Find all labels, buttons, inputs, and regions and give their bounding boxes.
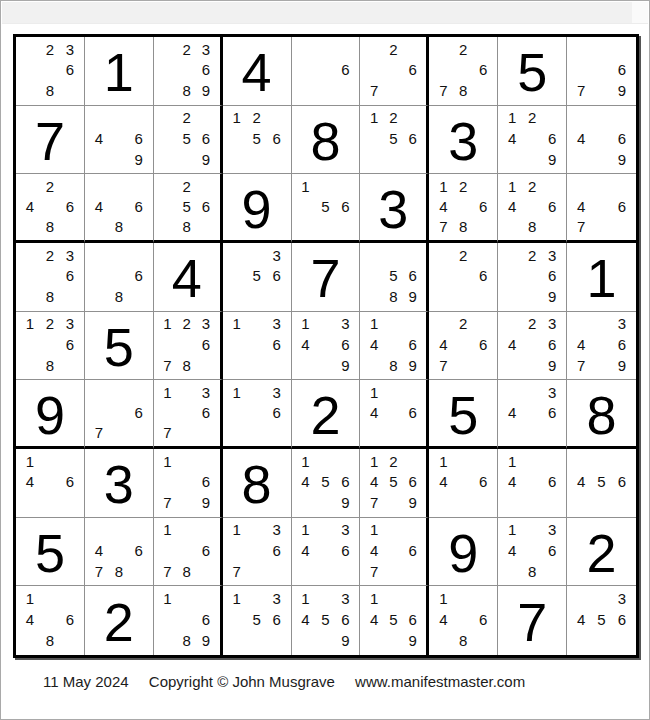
- pencil-slot-5: [177, 60, 196, 81]
- pencil-slot-2: 2: [177, 314, 196, 335]
- pencil-slot-2: [177, 451, 196, 472]
- cell-r1c2: 1: [85, 37, 154, 106]
- pencil-slot-2: [109, 382, 129, 402]
- pencil-marks: 1689: [154, 586, 220, 655]
- pencil-slot-1: 1: [20, 451, 40, 472]
- pencil-slot-2: 2: [177, 176, 196, 196]
- pencil-slot-6: 6: [542, 196, 562, 216]
- pencil-slot-8: [316, 216, 336, 236]
- pencil-slot-5: [453, 472, 473, 493]
- cell-r8c2: 4678: [85, 518, 154, 587]
- cell-r4c1: 2368: [16, 243, 85, 312]
- pencil-marks: 2569: [154, 106, 220, 174]
- pencil-slot-3: [129, 108, 149, 129]
- pencil-slot-8: [177, 149, 196, 170]
- pencil-slot-9: 9: [403, 286, 422, 307]
- pencil-slot-5: [453, 60, 473, 81]
- pencil-slot-4: [20, 266, 40, 287]
- solved-digit: 7: [310, 248, 340, 305]
- pencil-slot-4: 4: [433, 609, 453, 630]
- pencil-marks: 146: [360, 380, 426, 446]
- pencil-slot-2: 2: [453, 39, 473, 60]
- pencil-marks: 6: [292, 37, 360, 105]
- pencil-slot-3: [473, 314, 493, 335]
- pencil-slot-8: [591, 355, 611, 376]
- pencil-slot-9: [60, 216, 80, 236]
- pencil-slot-3: 3: [542, 314, 562, 335]
- pencil-slot-8: 8: [177, 355, 196, 376]
- pencil-slot-6: 6: [196, 128, 215, 149]
- pencil-slot-1: 1: [433, 176, 453, 196]
- pencil-slot-9: [403, 561, 422, 582]
- cell-r7c9: 456: [567, 449, 636, 518]
- pencil-slot-8: [247, 149, 267, 170]
- pencil-slot-2: [591, 108, 611, 129]
- pencil-slot-5: [522, 472, 542, 493]
- pencil-marks: 13469: [292, 312, 360, 380]
- pencil-marks: 12368: [16, 312, 84, 380]
- pencil-slot-4: [227, 609, 247, 630]
- pencil-slot-5: 5: [177, 196, 196, 216]
- pencil-slot-9: [542, 561, 562, 582]
- pencil-marks: 1678: [154, 518, 220, 586]
- pencil-slot-3: [612, 108, 632, 129]
- pencil-slot-9: [542, 422, 562, 442]
- pencil-slot-3: [60, 176, 80, 196]
- pencil-slot-4: [158, 60, 177, 81]
- pencil-slot-9: 9: [612, 80, 632, 101]
- pencil-slot-9: 9: [542, 355, 562, 376]
- cell-r5c4: 136: [223, 312, 292, 381]
- cell-r5c5: 13469: [292, 312, 361, 381]
- pencil-slot-3: [403, 588, 422, 609]
- pencil-slot-7: [20, 216, 40, 236]
- pencil-slot-5: [177, 334, 196, 355]
- pencil-slot-8: [384, 561, 403, 582]
- pencil-marks: 68: [85, 243, 153, 311]
- cell-r8c1: 5: [16, 518, 85, 587]
- solved-digit: 8: [242, 454, 272, 511]
- pencil-slot-8: [591, 216, 611, 236]
- pencil-marks: 2468: [16, 174, 84, 240]
- pencil-slot-1: 1: [364, 451, 383, 472]
- pencil-slot-3: [473, 588, 493, 609]
- pencil-slot-4: 4: [20, 472, 40, 493]
- pencil-slot-6: 6: [403, 266, 422, 287]
- pencil-marks: 2678: [429, 37, 497, 105]
- pencil-slot-9: 9: [403, 492, 422, 513]
- cell-r8c5: 1346: [292, 518, 361, 587]
- pencil-slot-3: [129, 520, 149, 541]
- pencil-marks: 1468: [16, 586, 84, 655]
- cell-r7c5: 14569: [292, 449, 361, 518]
- pencil-slot-1: 1: [433, 451, 453, 472]
- pencil-slot-7: [296, 355, 316, 376]
- pencil-slot-1: 1: [158, 451, 177, 472]
- pencil-slot-8: [247, 355, 267, 376]
- pencil-slot-6: 6: [335, 196, 355, 216]
- pencil-slot-6: 6: [403, 334, 422, 355]
- cell-r9c4: 1356: [223, 586, 292, 655]
- pencil-marks: 467: [567, 174, 636, 240]
- pencil-slot-4: [227, 334, 247, 355]
- pencil-slot-1: 1: [296, 176, 316, 196]
- pencil-slot-8: [384, 492, 403, 513]
- cell-r2c8: 12469: [498, 106, 567, 175]
- pencil-slot-1: [89, 245, 109, 266]
- pencil-slot-7: 7: [364, 492, 383, 513]
- pencil-slot-1: [571, 108, 591, 129]
- pencil-slot-5: [40, 60, 60, 81]
- pencil-slot-9: [196, 561, 215, 582]
- pencil-slot-5: [384, 60, 403, 81]
- pencil-slot-7: [89, 286, 109, 307]
- pencil-slot-5: 5: [384, 609, 403, 630]
- pencil-slot-7: 7: [158, 492, 177, 513]
- pencil-slot-2: [591, 314, 611, 335]
- pencil-slot-9: [129, 286, 149, 307]
- pencil-marks: 146: [429, 449, 497, 517]
- pencil-slot-4: [158, 128, 177, 149]
- pencil-slot-9: [403, 422, 422, 442]
- pencil-slot-1: [227, 245, 247, 266]
- cell-r7c3: 1679: [154, 449, 223, 518]
- pencil-slot-1: 1: [20, 314, 40, 335]
- pencil-slot-2: [522, 451, 542, 472]
- cell-r2c2: 469: [85, 106, 154, 175]
- cell-r5c7: 2467: [429, 312, 498, 381]
- pencil-slot-3: [196, 520, 215, 541]
- pencil-slot-4: 4: [571, 128, 591, 149]
- pencil-slot-9: 9: [335, 355, 355, 376]
- pencil-slot-6: 6: [612, 60, 632, 81]
- pencil-slot-4: [89, 266, 109, 287]
- pencil-slot-6: 6: [403, 540, 422, 561]
- pencil-slot-1: [433, 245, 453, 266]
- pencil-slot-1: 1: [296, 451, 316, 472]
- pencil-slot-7: [227, 355, 247, 376]
- pencil-slot-6: 6: [196, 334, 215, 355]
- pencil-slot-3: 3: [60, 39, 80, 60]
- pencil-slot-7: 7: [89, 422, 109, 442]
- pencil-slot-3: [267, 108, 287, 129]
- pencil-slot-4: 4: [89, 540, 109, 561]
- pencil-slot-9: 9: [335, 630, 355, 651]
- pencil-slot-3: 3: [335, 588, 355, 609]
- solved-digit: 4: [242, 42, 272, 99]
- pencil-slot-6: 6: [473, 334, 493, 355]
- pencil-slot-9: [267, 355, 287, 376]
- pencil-slot-6: 6: [542, 334, 562, 355]
- cell-r2c1: 7: [16, 106, 85, 175]
- pencil-slot-5: 5: [384, 472, 403, 493]
- pencil-slot-4: [433, 60, 453, 81]
- pencil-slot-2: 2: [522, 176, 542, 196]
- pencil-slot-2: [316, 176, 336, 196]
- pencil-slot-4: [20, 60, 40, 81]
- pencil-slot-4: 4: [502, 540, 522, 561]
- pencil-slot-7: [227, 422, 247, 442]
- pencil-slot-3: [335, 176, 355, 196]
- pencil-slot-1: 1: [296, 520, 316, 541]
- pencil-slot-9: [267, 630, 287, 651]
- cell-r6c1: 9: [16, 380, 85, 449]
- pencil-slot-4: [158, 609, 177, 630]
- pencil-slot-6: 6: [542, 266, 562, 287]
- cell-r6c7: 5: [429, 380, 498, 449]
- pencil-slot-7: 7: [571, 216, 591, 236]
- pencil-slot-3: 3: [60, 314, 80, 335]
- pencil-slot-2: 2: [522, 108, 542, 129]
- pencil-slot-9: [335, 561, 355, 582]
- pencil-slot-1: [571, 314, 591, 335]
- pencil-slot-1: [158, 108, 177, 129]
- pencil-slot-1: 1: [227, 108, 247, 129]
- pencil-slot-8: 8: [109, 286, 129, 307]
- pencil-slot-9: [267, 561, 287, 582]
- pencil-slot-4: [158, 196, 177, 216]
- pencil-slot-1: [20, 245, 40, 266]
- pencil-slot-7: [89, 149, 109, 170]
- pencil-slot-8: [522, 422, 542, 442]
- pencil-marks: 469: [85, 106, 153, 174]
- pencil-slot-5: [177, 540, 196, 561]
- pencil-slot-2: [40, 588, 60, 609]
- pencil-marks: 2368: [16, 243, 84, 311]
- pencil-slot-1: 1: [502, 108, 522, 129]
- pencil-slot-4: 4: [364, 609, 383, 630]
- pencil-slot-3: 3: [60, 245, 80, 266]
- pencil-marks: 2467: [429, 312, 497, 380]
- pencil-slot-3: 3: [542, 382, 562, 402]
- pencil-marks: 14569: [292, 449, 360, 517]
- cell-r6c9: 8: [567, 380, 636, 449]
- pencil-slot-7: [227, 149, 247, 170]
- pencil-slot-7: 7: [227, 561, 247, 582]
- cell-r8c8: 13468: [498, 518, 567, 587]
- pencil-slot-3: 3: [542, 245, 562, 266]
- pencil-slot-2: [247, 382, 267, 402]
- pencil-slot-5: [109, 266, 129, 287]
- pencil-marks: 12469: [498, 106, 566, 174]
- cell-r3c7: 124678: [429, 174, 498, 243]
- pencil-marks: 136: [223, 312, 291, 380]
- pencil-slot-7: [571, 492, 591, 513]
- pencil-marks: 136: [223, 380, 291, 446]
- pencil-slot-2: 2: [247, 108, 267, 129]
- pencil-slot-8: [591, 630, 611, 651]
- pencil-slot-3: [542, 176, 562, 196]
- footer: 11 May 2024 Copyright © John Musgrave ww…: [43, 673, 541, 690]
- pencil-slot-1: 1: [158, 588, 177, 609]
- pencil-slot-1: [502, 382, 522, 402]
- pencil-slot-7: 7: [89, 561, 109, 582]
- pencil-slot-5: [522, 266, 542, 287]
- pencil-slot-8: [384, 80, 403, 101]
- pencil-slot-5: 5: [247, 609, 267, 630]
- pencil-slot-7: 7: [364, 80, 383, 101]
- cell-r8c9: 2: [567, 518, 636, 587]
- pencil-slot-6: 6: [612, 196, 632, 216]
- pencil-slot-9: [60, 630, 80, 651]
- pencil-slot-8: [453, 286, 473, 307]
- pencil-slot-4: [571, 60, 591, 81]
- pencil-slot-1: 1: [364, 382, 383, 402]
- pencil-slot-7: [502, 561, 522, 582]
- pencil-slot-5: [453, 334, 473, 355]
- pencil-slot-2: [40, 451, 60, 472]
- pencil-slot-5: [522, 128, 542, 149]
- cell-r5c3: 123678: [154, 312, 223, 381]
- page: 2368123689462672678567974692569125681256…: [0, 0, 650, 720]
- pencil-slot-9: [612, 630, 632, 651]
- pencil-slot-7: [20, 630, 40, 651]
- pencil-slot-6: 6: [612, 472, 632, 493]
- cell-r7c1: 146: [16, 449, 85, 518]
- pencil-slot-6: 6: [473, 472, 493, 493]
- pencil-slot-2: [109, 176, 129, 196]
- pencil-slot-6: 6: [335, 609, 355, 630]
- pencil-slot-5: [591, 196, 611, 216]
- pencil-slot-1: [571, 176, 591, 196]
- pencil-slot-4: 4: [433, 472, 453, 493]
- pencil-slot-5: 5: [316, 609, 336, 630]
- pencil-slot-2: [109, 108, 129, 129]
- window-topbar: [2, 2, 648, 24]
- pencil-slot-1: 1: [158, 314, 177, 335]
- pencil-slot-8: 8: [109, 561, 129, 582]
- pencil-slot-4: 4: [296, 540, 316, 561]
- pencil-slot-9: [542, 216, 562, 236]
- pencil-marks: 124678: [429, 174, 497, 240]
- pencil-marks: 5689: [360, 243, 426, 311]
- pencil-slot-8: 8: [453, 80, 473, 101]
- footer-date: 11 May 2024: [43, 673, 129, 690]
- cell-r4c3: 4: [154, 243, 223, 312]
- pencil-slot-6: 6: [267, 540, 287, 561]
- pencil-slot-1: 1: [502, 520, 522, 541]
- pencil-slot-8: [247, 561, 267, 582]
- cell-r3c2: 468: [85, 174, 154, 243]
- pencil-marks: 456: [567, 449, 636, 517]
- cell-r9c7: 1468: [429, 586, 498, 655]
- pencil-slot-6: 6: [196, 60, 215, 81]
- pencil-slot-2: 2: [522, 245, 542, 266]
- pencil-slot-5: [384, 334, 403, 355]
- pencil-slot-2: 2: [384, 451, 403, 472]
- pencil-slot-6: 6: [335, 60, 355, 81]
- pencil-slot-6: 6: [542, 128, 562, 149]
- pencil-slot-6: 6: [60, 472, 80, 493]
- pencil-slot-1: 1: [502, 451, 522, 472]
- cell-r7c4: 8: [223, 449, 292, 518]
- pencil-slot-1: [158, 39, 177, 60]
- pencil-slot-3: 3: [542, 520, 562, 541]
- pencil-slot-8: [453, 492, 473, 513]
- pencil-marks: 1256: [360, 106, 426, 174]
- pencil-slot-5: [109, 196, 129, 216]
- pencil-slot-8: [453, 355, 473, 376]
- pencil-marks: 267: [360, 37, 426, 105]
- pencil-slot-1: 1: [20, 588, 40, 609]
- pencil-slot-4: [227, 402, 247, 422]
- pencil-slot-3: 3: [196, 382, 215, 402]
- pencil-slot-2: [316, 588, 336, 609]
- pencil-marks: 356: [223, 243, 291, 311]
- cell-r5c1: 12368: [16, 312, 85, 381]
- pencil-slot-6: 6: [129, 128, 149, 149]
- pencil-slot-6: 6: [473, 196, 493, 216]
- pencil-slot-4: 4: [571, 334, 591, 355]
- pencil-slot-1: 1: [158, 382, 177, 402]
- solved-digit: 2: [587, 523, 617, 580]
- pencil-slot-1: [158, 176, 177, 196]
- solved-digit: 9: [448, 523, 478, 580]
- pencil-slot-3: [542, 451, 562, 472]
- pencil-slot-3: 3: [196, 39, 215, 60]
- pencil-slot-5: [384, 540, 403, 561]
- pencil-slot-9: 9: [612, 355, 632, 376]
- pencil-slot-4: [158, 334, 177, 355]
- pencil-slot-7: [502, 422, 522, 442]
- pencil-slot-6: 6: [612, 609, 632, 630]
- pencil-slot-8: [591, 149, 611, 170]
- sudoku-board: 2368123689462672678567974692569125681256…: [13, 34, 639, 658]
- pencil-slot-3: [403, 314, 422, 335]
- pencil-marks: 2568: [154, 174, 220, 240]
- pencil-slot-2: 2: [522, 314, 542, 335]
- pencil-slot-9: [60, 492, 80, 513]
- pencil-slot-9: 9: [542, 149, 562, 170]
- pencil-slot-8: [109, 422, 129, 442]
- pencil-slot-6: 6: [60, 609, 80, 630]
- pencil-slot-2: 2: [40, 245, 60, 266]
- pencil-slot-6: 6: [473, 609, 493, 630]
- pencil-slot-8: [247, 422, 267, 442]
- pencil-slot-3: 3: [612, 314, 632, 335]
- pencil-slot-4: 4: [364, 540, 383, 561]
- cell-r4c6: 5689: [360, 243, 429, 312]
- pencil-slot-6: 6: [60, 60, 80, 81]
- cell-r4c8: 2369: [498, 243, 567, 312]
- pencil-slot-6: 6: [403, 128, 422, 149]
- pencil-slot-7: [296, 492, 316, 513]
- pencil-slot-6: 6: [60, 196, 80, 216]
- cell-r4c9: 1: [567, 243, 636, 312]
- pencil-slot-6: 6: [60, 334, 80, 355]
- pencil-marks: 1356: [223, 586, 291, 655]
- pencil-slot-8: 8: [177, 216, 196, 236]
- pencil-slot-5: 5: [316, 472, 336, 493]
- pencil-slot-5: 5: [591, 472, 611, 493]
- pencil-slot-3: 3: [335, 314, 355, 335]
- pencil-slot-4: 4: [296, 609, 316, 630]
- cell-r1c8: 5: [498, 37, 567, 106]
- pencil-slot-5: [109, 128, 129, 149]
- pencil-marks: 1468: [429, 586, 497, 655]
- pencil-slot-2: [384, 245, 403, 266]
- pencil-slot-3: 3: [267, 382, 287, 402]
- pencil-slot-8: 8: [40, 630, 60, 651]
- cell-r8c7: 9: [429, 518, 498, 587]
- pencil-slot-5: [247, 540, 267, 561]
- pencil-slot-9: [473, 216, 493, 236]
- pencil-slot-2: [109, 520, 129, 541]
- cell-r6c8: 346: [498, 380, 567, 449]
- pencil-slot-4: [227, 540, 247, 561]
- pencil-slot-1: 1: [296, 314, 316, 335]
- pencil-slot-7: [502, 216, 522, 236]
